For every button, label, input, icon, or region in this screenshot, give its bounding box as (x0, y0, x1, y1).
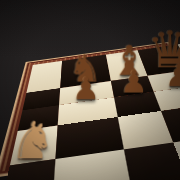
square-a4: ♞ (10, 125, 58, 165)
square-b8: ♞ (60, 55, 111, 88)
black-bishop: ♝ (110, 40, 147, 82)
black-knight: ♞ (68, 50, 102, 88)
board-tilt-wrapper: ♞♝♛♚♝♟♟♟♟♟♟♟♞♟♟♟♜♟♚♝♞ (0, 0, 180, 180)
black-queen: ♛ (147, 25, 180, 76)
perspective-container: ♞♝♛♚♝♟♟♟♟♟♟♟♞♟♟♟♜♟♚♝♞ (0, 0, 180, 180)
board-frame: ♞♝♛♚♝♟♟♟♟♟♟♟♞♟♟♟♜♟♚♝♞ (0, 42, 180, 177)
chess-board: ♞♝♛♚♝♟♟♟♟♟♟♟♞♟♟♟♜♟♚♝♞ (10, 47, 180, 166)
square-c3 (123, 142, 180, 180)
chess-photo-scene: ♞♝♛♚♝♟♟♟♟♟♟♟♞♟♟♟♜♟♚♝♞ (0, 0, 180, 180)
